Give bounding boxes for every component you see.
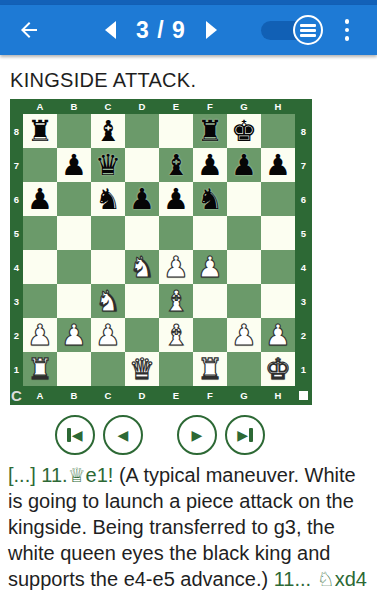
rank-label-5: 5 [10, 216, 23, 250]
overflow-menu-button[interactable] [341, 15, 354, 45]
rank-label-8: 8 [10, 114, 23, 148]
square-b1[interactable] [57, 352, 91, 386]
rank-label-5: 5 [295, 216, 312, 250]
file-label-g: G [227, 99, 261, 114]
file-label-d: D [125, 99, 159, 114]
chessking-logo: C [11, 386, 22, 405]
last-move-icon: ▶ [237, 428, 248, 442]
piece-white-bishop: ♝ [163, 318, 189, 352]
square-e3[interactable]: ♝ [159, 284, 193, 318]
square-d3[interactable] [125, 284, 159, 318]
file-label-h: H [261, 386, 295, 405]
square-a4[interactable] [23, 250, 57, 284]
square-h3[interactable] [261, 284, 295, 318]
board-grid: ♜♝♜♚♟♛♝♟♟♟♟♞♟♟♞♞♟♟♞♝♟♟♟♝♟♟♜♛♜♚ [23, 114, 295, 386]
file-label-h: H [261, 99, 295, 114]
first-move-button[interactable]: ◀ [55, 415, 95, 455]
square-e1[interactable] [159, 352, 193, 386]
piece-white-knight: ♞ [95, 284, 121, 318]
rank-label-4: 4 [10, 250, 23, 284]
piece-white-pawn: ♟ [231, 318, 257, 352]
appbar-right-controls [261, 5, 354, 55]
square-h5[interactable] [261, 216, 295, 250]
file-label-f: F [193, 386, 227, 405]
previous-move-icon: ◀ [118, 428, 129, 442]
square-e4[interactable]: ♟ [159, 250, 193, 284]
square-f6[interactable]: ♞ [193, 182, 227, 216]
square-h8[interactable] [261, 114, 295, 148]
piece-black-pawn: ♟ [129, 182, 155, 216]
square-e6[interactable]: ♟ [159, 182, 193, 216]
piece-black-queen: ♛ [95, 148, 121, 182]
square-c7[interactable]: ♛ [91, 148, 125, 182]
piece-black-knight: ♞ [197, 182, 223, 216]
piece-black-rook: ♜ [27, 114, 53, 148]
piece-white-pawn: ♟ [61, 318, 87, 352]
page-navigator: 3 / 9 [100, 5, 222, 55]
square-d4[interactable]: ♞ [125, 250, 159, 284]
page-next-button[interactable] [202, 18, 222, 42]
move-text: [...] 11.♕e1! [8, 464, 119, 486]
rank-label-7: 7 [295, 148, 312, 182]
square-c2[interactable]: ♟ [91, 318, 125, 352]
square-e8[interactable] [159, 114, 193, 148]
square-d2[interactable] [125, 318, 159, 352]
piece-white-rook: ♜ [27, 352, 53, 386]
square-b5[interactable] [57, 216, 91, 250]
piece-white-queen: ♛ [129, 352, 155, 386]
piece-black-rook: ♜ [197, 114, 223, 148]
text-mode-toggle[interactable] [261, 15, 323, 45]
square-f3[interactable] [193, 284, 227, 318]
board-ranks-left: 87654321 [10, 114, 23, 386]
next-move-button[interactable]: ▶ [177, 415, 217, 455]
piece-black-bishop: ♝ [95, 114, 121, 148]
next-move-icon: ▶ [192, 428, 203, 442]
square-g3[interactable] [227, 284, 261, 318]
square-d1[interactable]: ♛ [125, 352, 159, 386]
board-corner-tr [295, 99, 312, 114]
square-f1[interactable]: ♜ [193, 352, 227, 386]
chess-board: ABCDEFGH 87654321 ♜♝♜♚♟♛♝♟♟♟♟♞♟♟♞♞♟♟♞♝♟♟… [10, 99, 312, 405]
square-g8[interactable]: ♚ [227, 114, 261, 148]
square-b8[interactable] [57, 114, 91, 148]
app-bar: 3 / 9 [0, 5, 377, 55]
square-f8[interactable]: ♜ [193, 114, 227, 148]
square-f4[interactable]: ♟ [193, 250, 227, 284]
square-a7[interactable] [23, 148, 57, 182]
square-b3[interactable] [57, 284, 91, 318]
list-icon [293, 15, 323, 45]
board-ranks-right: 87654321 [295, 114, 312, 386]
file-label-b: B [57, 386, 91, 405]
rank-label-3: 3 [295, 284, 312, 318]
page-title: KINGSIDE ATTACK. [10, 69, 377, 92]
piece-white-pawn: ♟ [265, 318, 291, 352]
piece-black-pawn: ♟ [265, 148, 291, 182]
piece-white-pawn: ♟ [95, 318, 121, 352]
rank-label-8: 8 [295, 114, 312, 148]
board-files-top: ABCDEFGH [23, 99, 295, 114]
piece-white-rook: ♜ [197, 352, 223, 386]
square-a1[interactable]: ♜ [23, 352, 57, 386]
file-label-a: A [23, 386, 57, 405]
piece-white-bishop: ♝ [163, 284, 189, 318]
square-e2[interactable]: ♝ [159, 318, 193, 352]
file-label-g: G [227, 386, 261, 405]
file-label-e: E [159, 99, 193, 114]
file-label-a: A [23, 99, 57, 114]
square-g2[interactable]: ♟ [227, 318, 261, 352]
square-e5[interactable] [159, 216, 193, 250]
board-corner-bl: C [10, 386, 23, 405]
rank-label-1: 1 [295, 352, 312, 386]
square-h4[interactable] [261, 250, 295, 284]
piece-white-pawn: ♟ [197, 250, 223, 284]
square-c4[interactable] [91, 250, 125, 284]
piece-black-bishop: ♝ [163, 148, 189, 182]
piece-black-pawn: ♟ [197, 148, 223, 182]
chevron-left-icon [101, 19, 119, 41]
rank-label-6: 6 [10, 182, 23, 216]
rank-label-2: 2 [295, 318, 312, 352]
square-a2[interactable]: ♟ [23, 318, 57, 352]
square-c6[interactable]: ♞ [91, 182, 125, 216]
square-a8[interactable]: ♜ [23, 114, 57, 148]
square-b4[interactable] [57, 250, 91, 284]
square-h2[interactable]: ♟ [261, 318, 295, 352]
file-label-d: D [125, 386, 159, 405]
square-c8[interactable]: ♝ [91, 114, 125, 148]
piece-black-pawn: ♟ [27, 182, 53, 216]
back-button[interactable] [14, 15, 44, 45]
square-d7[interactable] [125, 148, 159, 182]
page-indicator: 3 / 9 [136, 17, 186, 44]
piece-black-pawn: ♟ [163, 182, 189, 216]
page-prev-button[interactable] [100, 18, 120, 42]
white-to-move-indicator [299, 391, 308, 400]
square-b2[interactable]: ♟ [57, 318, 91, 352]
move-commentary: [...] 11.♕e1! (A typical maneuver. White… [8, 462, 369, 592]
rank-label-3: 3 [10, 284, 23, 318]
last-move-button[interactable]: ▶ [225, 415, 265, 455]
file-label-e: E [159, 386, 193, 405]
piece-white-pawn: ♟ [163, 250, 189, 284]
square-f2[interactable] [193, 318, 227, 352]
file-label-f: F [193, 99, 227, 114]
square-b7[interactable]: ♟ [57, 148, 91, 182]
file-label-c: C [91, 386, 125, 405]
square-a6[interactable]: ♟ [23, 182, 57, 216]
rank-label-6: 6 [295, 182, 312, 216]
square-d6[interactable]: ♟ [125, 182, 159, 216]
square-d5[interactable] [125, 216, 159, 250]
rank-label-7: 7 [10, 148, 23, 182]
square-a3[interactable] [23, 284, 57, 318]
piece-white-king: ♚ [265, 352, 291, 386]
arrow-left-icon [17, 18, 41, 42]
board-corner-br [295, 386, 312, 405]
square-g6[interactable] [227, 182, 261, 216]
move-controls: ◀ ◀ ▶ ▶ [55, 415, 377, 455]
square-e7[interactable]: ♝ [159, 148, 193, 182]
file-label-c: C [91, 99, 125, 114]
square-h1[interactable]: ♚ [261, 352, 295, 386]
square-g4[interactable] [227, 250, 261, 284]
square-b6[interactable] [57, 182, 91, 216]
chevron-right-icon [203, 19, 221, 41]
piece-black-king: ♚ [231, 114, 257, 148]
square-g1[interactable] [227, 352, 261, 386]
rank-label-4: 4 [295, 250, 312, 284]
rank-label-2: 2 [10, 318, 23, 352]
piece-black-pawn: ♟ [231, 148, 257, 182]
piece-black-pawn: ♟ [61, 148, 87, 182]
square-c5[interactable] [91, 216, 125, 250]
board-files-bottom: ABCDEFGH [23, 386, 295, 405]
square-f5[interactable] [193, 216, 227, 250]
previous-move-button[interactable]: ◀ [103, 415, 143, 455]
board-corner-tl [10, 99, 23, 114]
piece-black-knight: ♞ [95, 182, 121, 216]
first-move-icon [67, 428, 71, 442]
square-h7[interactable]: ♟ [261, 148, 295, 182]
square-a5[interactable] [23, 216, 57, 250]
rank-label-1: 1 [10, 352, 23, 386]
square-g7[interactable]: ♟ [227, 148, 261, 182]
square-h6[interactable] [261, 182, 295, 216]
file-label-b: B [57, 99, 91, 114]
piece-white-pawn: ♟ [27, 318, 53, 352]
square-f7[interactable]: ♟ [193, 148, 227, 182]
square-c3[interactable]: ♞ [91, 284, 125, 318]
square-c1[interactable] [91, 352, 125, 386]
square-d8[interactable] [125, 114, 159, 148]
square-g5[interactable] [227, 216, 261, 250]
piece-white-knight: ♞ [129, 250, 155, 284]
